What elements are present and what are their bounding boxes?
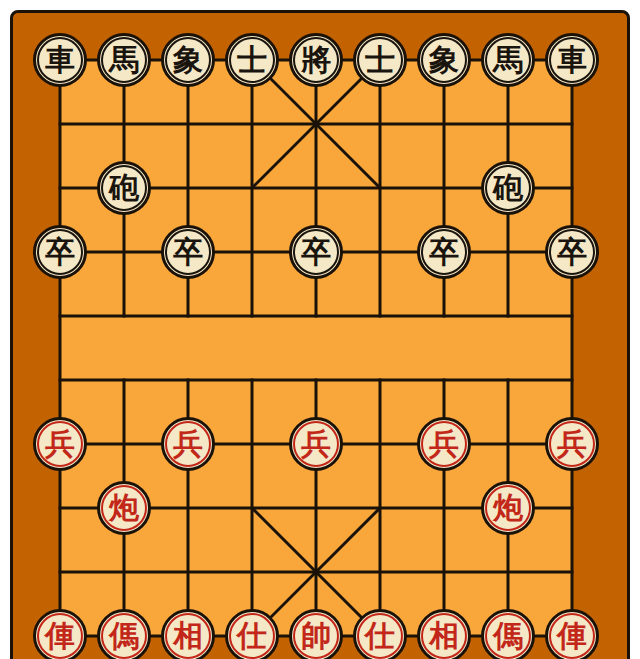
- piece-glyph: 卒: [421, 229, 467, 275]
- piece-glyph: 卒: [37, 229, 83, 275]
- piece-red-horse[interactable]: 傌: [481, 609, 535, 659]
- piece-glyph: 士: [357, 37, 403, 83]
- piece-red-soldier[interactable]: 兵: [33, 417, 87, 471]
- piece-glyph: 象: [165, 37, 211, 83]
- piece-glyph: 相: [421, 613, 467, 659]
- piece-red-soldier[interactable]: 兵: [417, 417, 471, 471]
- piece-black-chariot[interactable]: 車: [545, 33, 599, 87]
- piece-red-cannon[interactable]: 炮: [97, 481, 151, 535]
- piece-red-general[interactable]: 帥: [289, 609, 343, 659]
- piece-red-elephant[interactable]: 相: [161, 609, 215, 659]
- piece-black-general[interactable]: 將: [289, 33, 343, 87]
- piece-red-soldier[interactable]: 兵: [545, 417, 599, 471]
- piece-glyph: 砲: [485, 165, 531, 211]
- piece-black-elephant[interactable]: 象: [417, 33, 471, 87]
- piece-glyph: 炮: [485, 485, 531, 531]
- piece-red-advisor[interactable]: 仕: [353, 609, 407, 659]
- piece-glyph: 卒: [549, 229, 595, 275]
- piece-red-soldier[interactable]: 兵: [289, 417, 343, 471]
- piece-glyph: 士: [229, 37, 275, 83]
- piece-glyph: 仕: [357, 613, 403, 659]
- piece-glyph: 象: [421, 37, 467, 83]
- piece-red-soldier[interactable]: 兵: [161, 417, 215, 471]
- piece-black-soldier[interactable]: 卒: [545, 225, 599, 279]
- piece-black-soldier[interactable]: 卒: [417, 225, 471, 279]
- piece-glyph: 砲: [101, 165, 147, 211]
- piece-black-horse[interactable]: 馬: [97, 33, 151, 87]
- piece-black-soldier[interactable]: 卒: [161, 225, 215, 279]
- piece-glyph: 將: [293, 37, 339, 83]
- piece-glyph: 俥: [37, 613, 83, 659]
- piece-glyph: 炮: [101, 485, 147, 531]
- piece-red-horse[interactable]: 傌: [97, 609, 151, 659]
- piece-glyph: 兵: [293, 421, 339, 467]
- piece-black-cannon[interactable]: 砲: [97, 161, 151, 215]
- piece-red-advisor[interactable]: 仕: [225, 609, 279, 659]
- piece-glyph: 傌: [101, 613, 147, 659]
- piece-black-horse[interactable]: 馬: [481, 33, 535, 87]
- piece-black-soldier[interactable]: 卒: [289, 225, 343, 279]
- piece-glyph: 帥: [293, 613, 339, 659]
- piece-glyph: 車: [37, 37, 83, 83]
- piece-black-soldier[interactable]: 卒: [33, 225, 87, 279]
- piece-glyph: 卒: [293, 229, 339, 275]
- piece-black-elephant[interactable]: 象: [161, 33, 215, 87]
- piece-glyph: 兵: [37, 421, 83, 467]
- piece-red-elephant[interactable]: 相: [417, 609, 471, 659]
- piece-glyph: 馬: [485, 37, 531, 83]
- piece-red-chariot[interactable]: 俥: [545, 609, 599, 659]
- piece-glyph: 傌: [485, 613, 531, 659]
- xiangqi-board: 車馬象士將士象馬車砲砲卒卒卒卒卒兵兵兵兵兵炮炮俥傌相仕帥仕相傌俥: [0, 0, 640, 659]
- piece-red-cannon[interactable]: 炮: [481, 481, 535, 535]
- piece-red-chariot[interactable]: 俥: [33, 609, 87, 659]
- piece-glyph: 兵: [549, 421, 595, 467]
- piece-glyph: 仕: [229, 613, 275, 659]
- piece-glyph: 俥: [549, 613, 595, 659]
- piece-glyph: 車: [549, 37, 595, 83]
- piece-black-advisor[interactable]: 士: [353, 33, 407, 87]
- piece-glyph: 兵: [165, 421, 211, 467]
- piece-black-advisor[interactable]: 士: [225, 33, 279, 87]
- piece-black-cannon[interactable]: 砲: [481, 161, 535, 215]
- piece-glyph: 相: [165, 613, 211, 659]
- pieces-layer: 車馬象士將士象馬車砲砲卒卒卒卒卒兵兵兵兵兵炮炮俥傌相仕帥仕相傌俥: [28, 28, 604, 659]
- piece-black-chariot[interactable]: 車: [33, 33, 87, 87]
- piece-glyph: 卒: [165, 229, 211, 275]
- piece-glyph: 兵: [421, 421, 467, 467]
- piece-glyph: 馬: [101, 37, 147, 83]
